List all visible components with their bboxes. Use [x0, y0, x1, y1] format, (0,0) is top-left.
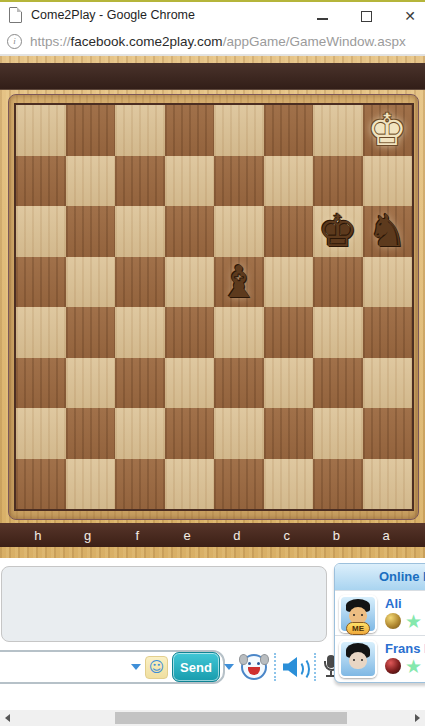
address-bar[interactable]: i https://facebook.come2play.com/appGame… [0, 28, 425, 56]
square-c1[interactable] [264, 105, 314, 156]
minimize-button[interactable] [315, 9, 329, 23]
square-f7[interactable] [115, 408, 165, 459]
separator [274, 653, 276, 681]
scroll-left-arrow-icon[interactable] [5, 714, 10, 722]
smiley-picker-button[interactable]: ☺ [145, 656, 168, 679]
square-g8[interactable] [66, 459, 116, 510]
speaker-volume-icon[interactable] [283, 657, 307, 677]
file-label-h: h [13, 523, 63, 547]
chess-board: ♚♚♞♝ [14, 103, 414, 511]
file-label-f: f [113, 523, 163, 547]
game-stage: ♚♚♞♝ hgfedcba [0, 56, 425, 558]
online-players-header: Online P [335, 564, 425, 590]
square-g7[interactable] [66, 408, 116, 459]
url-domain: facebook.come2play.com [71, 34, 223, 49]
square-d6[interactable] [214, 358, 264, 409]
player-avatar[interactable]: ME [339, 595, 377, 633]
square-a8[interactable] [363, 459, 413, 510]
square-a5[interactable] [363, 307, 413, 358]
square-a1[interactable]: ♚ [363, 105, 413, 156]
square-f2[interactable] [115, 156, 165, 207]
square-c6[interactable] [264, 358, 314, 409]
online-players-panel: Online P ME Ali ★ Frans Ph [334, 563, 425, 683]
me-badge: ME [346, 622, 370, 635]
online-players-title: Online P [379, 569, 425, 584]
black-bishop[interactable]: ♝ [214, 257, 264, 308]
square-d2[interactable] [214, 156, 264, 207]
player-avatar[interactable] [339, 640, 377, 678]
emoticon-caret-icon[interactable] [224, 664, 234, 670]
close-button[interactable]: ✕ [403, 9, 417, 23]
square-e2[interactable] [165, 156, 215, 207]
square-c5[interactable] [264, 307, 314, 358]
scroll-right-arrow-icon[interactable] [415, 714, 420, 722]
square-h7[interactable] [16, 408, 66, 459]
chat-message-input[interactable] [0, 654, 131, 680]
square-f6[interactable] [115, 358, 165, 409]
square-b8[interactable] [313, 459, 363, 510]
page-document-icon [9, 7, 22, 23]
square-a2[interactable] [363, 156, 413, 207]
player-row-ali[interactable]: ME Ali ★ [335, 590, 425, 635]
square-c8[interactable] [264, 459, 314, 510]
square-h4[interactable] [16, 257, 66, 308]
square-d7[interactable] [214, 408, 264, 459]
player-row-frans[interactable]: Frans Ph ★ [335, 635, 425, 680]
square-b4[interactable] [313, 257, 363, 308]
square-b6[interactable] [313, 358, 363, 409]
square-h5[interactable] [16, 307, 66, 358]
square-e8[interactable] [165, 459, 215, 510]
file-label-d: d [212, 523, 262, 547]
square-d5[interactable] [214, 307, 264, 358]
square-d3[interactable] [214, 206, 264, 257]
square-g5[interactable] [66, 307, 116, 358]
file-label-b: b [312, 523, 362, 547]
window-titlebar: Come2Play - Google Chrome ✕ [0, 0, 425, 28]
scrollbar-thumb[interactable] [115, 712, 347, 724]
square-h8[interactable] [16, 459, 66, 510]
square-a6[interactable] [363, 358, 413, 409]
emoticon-eye [248, 662, 251, 665]
square-e6[interactable] [165, 358, 215, 409]
square-h1[interactable] [16, 105, 66, 156]
laughing-emoticon-icon[interactable] [241, 654, 267, 680]
page-info-icon[interactable]: i [7, 34, 22, 49]
square-a7[interactable] [363, 408, 413, 459]
square-d4[interactable]: ♝ [214, 257, 264, 308]
square-f1[interactable] [115, 105, 165, 156]
square-c2[interactable] [264, 156, 314, 207]
square-e3[interactable] [165, 206, 215, 257]
send-button-label: Send [180, 660, 212, 675]
square-d8[interactable] [214, 459, 264, 510]
square-b2[interactable] [313, 156, 363, 207]
send-button[interactable]: Send [172, 652, 220, 682]
square-h3[interactable] [16, 206, 66, 257]
file-label-c: c [262, 523, 312, 547]
square-g4[interactable] [66, 257, 116, 308]
file-label-a: a [361, 523, 411, 547]
square-g6[interactable] [66, 358, 116, 409]
star-icon: ★ [405, 613, 422, 629]
file-label-g: g [63, 523, 113, 547]
chat-input-bar: ☺ Send [0, 650, 225, 684]
square-e4[interactable] [165, 257, 215, 308]
board-frame: ♚♚♞♝ [8, 94, 419, 520]
separator [314, 653, 316, 681]
file-coordinates-bar: hgfedcba [0, 523, 425, 547]
chat-tools-row [224, 650, 339, 684]
square-e7[interactable] [165, 408, 215, 459]
square-f4[interactable] [115, 257, 165, 308]
square-c3[interactable] [264, 206, 314, 257]
emoticon-right-hand [260, 654, 269, 665]
square-h2[interactable] [16, 156, 66, 207]
black-king[interactable]: ♚ [313, 206, 363, 257]
star-icon: ★ [405, 658, 422, 674]
square-f3[interactable] [115, 206, 165, 257]
url-path: /appGame/GameWindow.aspx [223, 34, 406, 49]
chat-history-panel [1, 566, 327, 642]
url-text[interactable]: https://facebook.come2play.com/appGame/G… [30, 34, 406, 49]
maximize-button[interactable] [359, 9, 373, 23]
file-labels: hgfedcba [13, 523, 411, 547]
emoticon-mouth [248, 667, 260, 675]
url-scheme: https:// [30, 34, 71, 49]
square-f5[interactable] [115, 307, 165, 358]
maximize-icon [361, 11, 372, 22]
square-a4[interactable] [363, 257, 413, 308]
square-f8[interactable] [115, 459, 165, 510]
rank-ball-icon [385, 613, 401, 629]
emoticon-eye [257, 662, 260, 665]
player-name[interactable]: Ali [385, 596, 422, 611]
square-b1[interactable] [313, 105, 363, 156]
file-label-e: e [162, 523, 212, 547]
minimize-icon [317, 18, 328, 20]
square-a3[interactable]: ♞ [363, 206, 413, 257]
square-c4[interactable] [264, 257, 314, 308]
window-title: Come2Play - Google Chrome [31, 8, 195, 22]
square-g1[interactable] [66, 105, 116, 156]
square-b7[interactable] [313, 408, 363, 459]
square-e5[interactable] [165, 307, 215, 358]
square-d1[interactable] [214, 105, 264, 156]
square-g2[interactable] [66, 156, 116, 207]
smiley-icon: ☺ [149, 660, 165, 675]
rank-ball-icon [385, 658, 401, 674]
top-dark-bar [0, 63, 425, 90]
square-b5[interactable] [313, 307, 363, 358]
player-name[interactable]: Frans Ph [385, 641, 425, 656]
square-c7[interactable] [264, 408, 314, 459]
chat-options-caret-icon[interactable] [131, 664, 141, 670]
emoticon-left-hand [239, 654, 248, 665]
horizontal-scrollbar[interactable] [0, 710, 425, 726]
square-b3[interactable]: ♚ [313, 206, 363, 257]
square-g3[interactable] [66, 206, 116, 257]
white-king[interactable]: ♚ [363, 105, 413, 156]
black-knight[interactable]: ♞ [363, 206, 413, 257]
square-h6[interactable] [16, 358, 66, 409]
square-e1[interactable] [165, 105, 215, 156]
lower-content: ☺ Send Online P ME [0, 558, 425, 726]
